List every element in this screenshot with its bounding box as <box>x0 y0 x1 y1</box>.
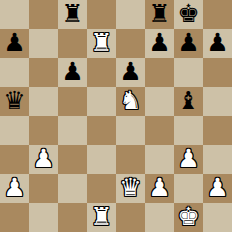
black-rook[interactable]: ♜ <box>61 0 83 28</box>
square-g6[interactable] <box>174 58 203 87</box>
square-f6[interactable] <box>145 58 174 87</box>
black-pawn[interactable]: ♟ <box>206 29 228 57</box>
square-d6[interactable] <box>87 58 116 87</box>
square-a5[interactable]: ♛ <box>0 87 29 116</box>
white-pawn[interactable]: ♟ <box>148 174 170 202</box>
square-g2[interactable] <box>174 174 203 203</box>
square-a7[interactable]: ♟ <box>0 29 29 58</box>
square-f3[interactable] <box>145 145 174 174</box>
white-rook[interactable]: ♜ <box>90 203 112 231</box>
square-e3[interactable] <box>116 145 145 174</box>
white-pawn[interactable]: ♟ <box>3 174 25 202</box>
square-c8[interactable]: ♜ <box>58 0 87 29</box>
white-queen[interactable]: ♛ <box>119 174 141 202</box>
square-a1[interactable] <box>0 203 29 232</box>
black-queen[interactable]: ♛ <box>3 87 25 115</box>
chess-board: ♜♜♚♟♜♟♟♟♟♟♛♞♝♟♟♟♛♟♟♜♚ <box>0 0 232 232</box>
white-king[interactable]: ♚ <box>177 203 199 231</box>
square-c6[interactable]: ♟ <box>58 58 87 87</box>
square-f2[interactable]: ♟ <box>145 174 174 203</box>
square-b8[interactable] <box>29 0 58 29</box>
square-f8[interactable]: ♜ <box>145 0 174 29</box>
black-pawn[interactable]: ♟ <box>3 29 25 57</box>
black-pawn[interactable]: ♟ <box>177 29 199 57</box>
square-e6[interactable]: ♟ <box>116 58 145 87</box>
square-g8[interactable]: ♚ <box>174 0 203 29</box>
square-g5[interactable]: ♝ <box>174 87 203 116</box>
square-g7[interactable]: ♟ <box>174 29 203 58</box>
square-b5[interactable] <box>29 87 58 116</box>
square-e4[interactable] <box>116 116 145 145</box>
black-king[interactable]: ♚ <box>177 0 199 28</box>
black-pawn[interactable]: ♟ <box>119 58 141 86</box>
square-d3[interactable] <box>87 145 116 174</box>
black-rook[interactable]: ♜ <box>148 0 170 28</box>
square-b7[interactable] <box>29 29 58 58</box>
square-h4[interactable] <box>203 116 232 145</box>
square-a8[interactable] <box>0 0 29 29</box>
square-c2[interactable] <box>58 174 87 203</box>
square-h5[interactable] <box>203 87 232 116</box>
square-f7[interactable]: ♟ <box>145 29 174 58</box>
square-b6[interactable] <box>29 58 58 87</box>
square-e2[interactable]: ♛ <box>116 174 145 203</box>
white-pawn[interactable]: ♟ <box>206 174 228 202</box>
square-g3[interactable]: ♟ <box>174 145 203 174</box>
square-f1[interactable] <box>145 203 174 232</box>
square-e1[interactable] <box>116 203 145 232</box>
square-d4[interactable] <box>87 116 116 145</box>
square-d1[interactable]: ♜ <box>87 203 116 232</box>
white-pawn[interactable]: ♟ <box>32 145 54 173</box>
square-c1[interactable] <box>58 203 87 232</box>
black-bishop[interactable]: ♝ <box>177 87 199 115</box>
square-b4[interactable] <box>29 116 58 145</box>
square-c3[interactable] <box>58 145 87 174</box>
square-e8[interactable] <box>116 0 145 29</box>
square-h1[interactable] <box>203 203 232 232</box>
square-b1[interactable] <box>29 203 58 232</box>
square-a2[interactable]: ♟ <box>0 174 29 203</box>
square-h7[interactable]: ♟ <box>203 29 232 58</box>
square-b3[interactable]: ♟ <box>29 145 58 174</box>
square-g1[interactable]: ♚ <box>174 203 203 232</box>
square-h3[interactable] <box>203 145 232 174</box>
black-pawn[interactable]: ♟ <box>61 58 83 86</box>
square-d7[interactable]: ♜ <box>87 29 116 58</box>
square-e5[interactable]: ♞ <box>116 87 145 116</box>
square-d2[interactable] <box>87 174 116 203</box>
square-h2[interactable]: ♟ <box>203 174 232 203</box>
white-knight[interactable]: ♞ <box>119 87 141 115</box>
square-h6[interactable] <box>203 58 232 87</box>
square-g4[interactable] <box>174 116 203 145</box>
square-a4[interactable] <box>0 116 29 145</box>
square-c7[interactable] <box>58 29 87 58</box>
square-c5[interactable] <box>58 87 87 116</box>
square-d8[interactable] <box>87 0 116 29</box>
black-pawn[interactable]: ♟ <box>148 29 170 57</box>
square-d5[interactable] <box>87 87 116 116</box>
square-c4[interactable] <box>58 116 87 145</box>
square-f4[interactable] <box>145 116 174 145</box>
white-pawn[interactable]: ♟ <box>177 145 199 173</box>
square-h8[interactable] <box>203 0 232 29</box>
white-rook[interactable]: ♜ <box>90 29 112 57</box>
square-f5[interactable] <box>145 87 174 116</box>
square-e7[interactable] <box>116 29 145 58</box>
square-b2[interactable] <box>29 174 58 203</box>
square-a3[interactable] <box>0 145 29 174</box>
square-a6[interactable] <box>0 58 29 87</box>
